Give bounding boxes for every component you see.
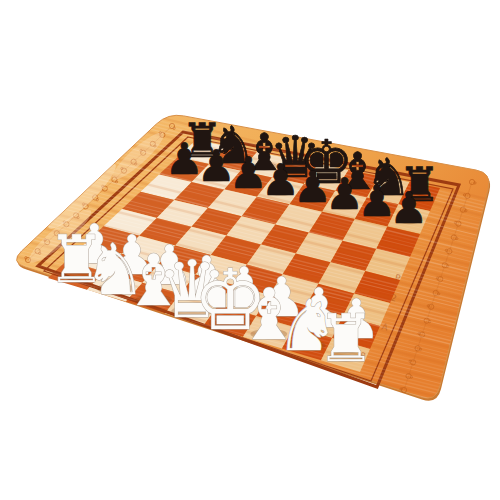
chessboard-scene: P2A8♜♞♝♛♚♝♞♜♟♟♟♟♟♟♟♟♟♟♟♟♟♟♟♟♜♞♝♛♚♝♞♜: [0, 0, 500, 500]
black-pawn-h7[interactable]: ♟: [390, 183, 429, 233]
product-photo: P2A8♜♞♝♛♚♝♞♜♟♟♟♟♟♟♟♟♟♟♟♟♟♟♟♟♜♞♝♛♚♝♞♜: [0, 0, 500, 500]
chessboard-svg: P2A8♜♞♝♛♚♝♞♜♟♟♟♟♟♟♟♟♟♟♟♟♟♟♟♟♜♞♝♛♚♝♞♜: [0, 0, 500, 500]
white-rook-h1[interactable]: ♜: [317, 301, 375, 376]
